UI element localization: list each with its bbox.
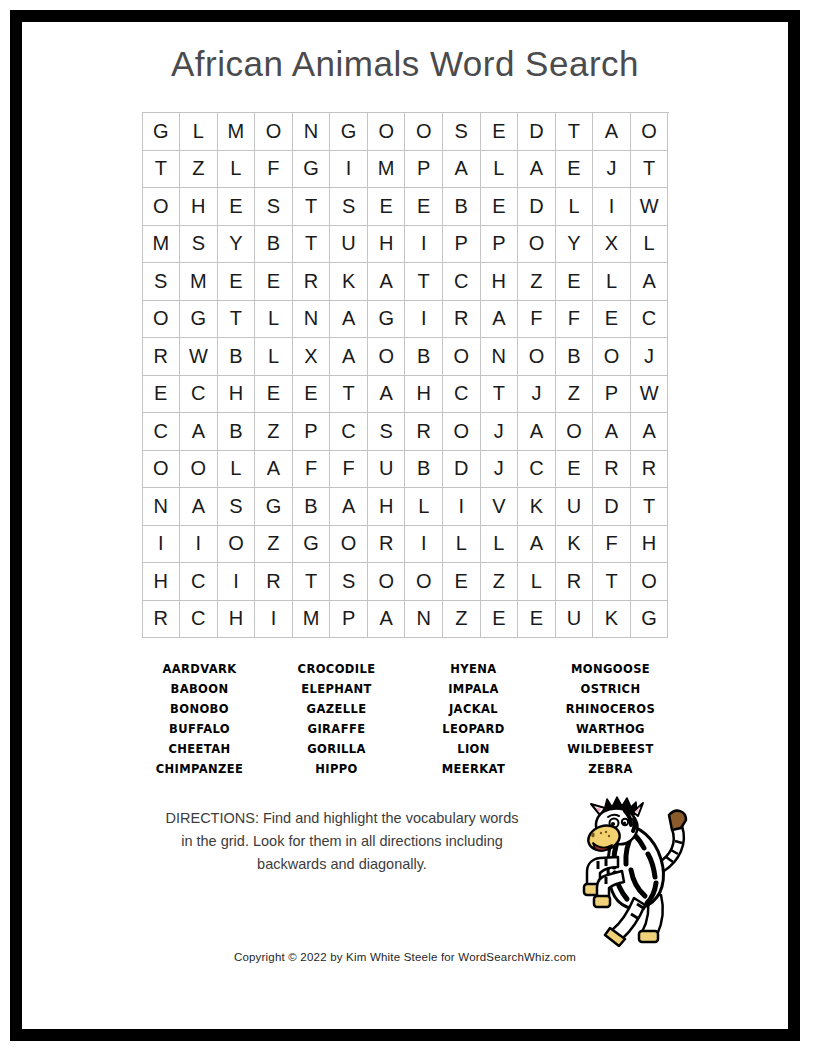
word-list-item: RHINOCEROS: [542, 699, 679, 719]
grid-cell-r12c6[interactable]: O: [330, 526, 368, 564]
grid-cell-r11c6[interactable]: A: [330, 488, 368, 526]
grid-cell-r3c10[interactable]: E: [481, 188, 519, 226]
word-list-item: ZEBRA: [542, 759, 679, 779]
grid-cell-r9c14[interactable]: A: [631, 413, 669, 451]
grid-cell-r14c11[interactable]: E: [518, 601, 556, 639]
grid-cell-r5c6[interactable]: K: [330, 263, 368, 301]
grid-cell-r5c1[interactable]: S: [143, 263, 181, 301]
word-list-item: BONOBO: [131, 699, 268, 719]
grid-cell-r14c9[interactable]: Z: [443, 601, 481, 639]
grid-cell-r5c8[interactable]: T: [405, 263, 443, 301]
grid-cell-r7c13[interactable]: O: [593, 338, 631, 376]
grid-cell-r1c5[interactable]: N: [293, 113, 331, 151]
grid-cell-r8c3[interactable]: H: [218, 376, 256, 414]
grid-cell-r8c6[interactable]: T: [330, 376, 368, 414]
grid-cell-r13c10[interactable]: Z: [481, 563, 519, 601]
letter-grid: GLMONGOOSEDTAOTZLFGIMPALAEJTOHESTSEEBEDL…: [142, 112, 669, 638]
grid-cell-r8c7[interactable]: A: [368, 376, 406, 414]
word-list-item: GIRAFFE: [268, 719, 405, 739]
grid-cell-r14c4[interactable]: I: [255, 601, 293, 639]
grid-cell-r9c12[interactable]: O: [556, 413, 594, 451]
grid-cell-r10c12[interactable]: E: [556, 451, 594, 489]
word-list-item: CHIMPANZEE: [131, 759, 268, 779]
grid-cell-r4c4[interactable]: B: [255, 226, 293, 264]
grid-cell-r3c9[interactable]: B: [443, 188, 481, 226]
grid-cell-r6c10[interactable]: A: [481, 301, 519, 339]
word-list-item: CROCODILE: [268, 659, 405, 679]
grid-cell-r11c4[interactable]: G: [255, 488, 293, 526]
grid-cell-r11c1[interactable]: N: [143, 488, 181, 526]
grid-cell-r4c1[interactable]: M: [143, 226, 181, 264]
grid-cell-r2c13[interactable]: J: [593, 151, 631, 189]
grid-cell-r8c14[interactable]: W: [631, 376, 669, 414]
grid-cell-r13c5[interactable]: T: [293, 563, 331, 601]
grid-cell-r3c14[interactable]: W: [631, 188, 669, 226]
grid-cell-r2c12[interactable]: E: [556, 151, 594, 189]
grid-cell-r5c11[interactable]: Z: [518, 263, 556, 301]
grid-cell-r10c9[interactable]: D: [443, 451, 481, 489]
grid-cell-r6c8[interactable]: I: [405, 301, 443, 339]
grid-cell-r1c10[interactable]: E: [481, 113, 519, 151]
grid-cell-r2c14[interactable]: T: [631, 151, 669, 189]
directions-text: DIRECTIONS: Find and highlight the vocab…: [122, 807, 562, 876]
grid-cell-r8c13[interactable]: P: [593, 376, 631, 414]
grid-cell-r11c14[interactable]: T: [631, 488, 669, 526]
grid-cell-r13c3[interactable]: I: [218, 563, 256, 601]
grid-cell-r13c4[interactable]: R: [255, 563, 293, 601]
grid-cell-r2c5[interactable]: G: [293, 151, 331, 189]
grid-cell-r3c6[interactable]: S: [330, 188, 368, 226]
word-list-item: HIPPO: [268, 759, 405, 779]
word-list-item: LEOPARD: [405, 719, 542, 739]
grid-cell-r7c7[interactable]: O: [368, 338, 406, 376]
word-list-item: MONGOOSE: [542, 659, 679, 679]
grid-cell-r7c8[interactable]: B: [405, 338, 443, 376]
word-list-item: CHEETAH: [131, 739, 268, 759]
grid-cell-r10c2[interactable]: O: [180, 451, 218, 489]
grid-cell-r7c2[interactable]: W: [180, 338, 218, 376]
grid-cell-r11c12[interactable]: U: [556, 488, 594, 526]
grid-cell-r5c14[interactable]: A: [631, 263, 669, 301]
grid-cell-r7c14[interactable]: J: [631, 338, 669, 376]
grid-cell-r4c8[interactable]: I: [405, 226, 443, 264]
grid-cell-r3c7[interactable]: E: [368, 188, 406, 226]
grid-cell-r12c13[interactable]: F: [593, 526, 631, 564]
grid-cell-r6c4[interactable]: L: [255, 301, 293, 339]
grid-cell-r13c9[interactable]: E: [443, 563, 481, 601]
grid-cell-r10c13[interactable]: R: [593, 451, 631, 489]
grid-cell-r3c4[interactable]: S: [255, 188, 293, 226]
grid-cell-r1c7[interactable]: O: [368, 113, 406, 151]
grid-cell-r9c1[interactable]: C: [143, 413, 181, 451]
grid-cell-r8c12[interactable]: Z: [556, 376, 594, 414]
grid-cell-r2c8[interactable]: P: [405, 151, 443, 189]
word-list-item: HYENA: [405, 659, 542, 679]
grid-cell-r1c11[interactable]: D: [518, 113, 556, 151]
grid-cell-r1c8[interactable]: O: [405, 113, 443, 151]
word-list-item: BUFFALO: [131, 719, 268, 739]
word-list: AARDVARKBABOONBONOBOBUFFALOCHEETAHCHIMPA…: [131, 659, 679, 779]
grid-cell-r9c4[interactable]: Z: [255, 413, 293, 451]
grid-cell-r5c12[interactable]: E: [556, 263, 594, 301]
grid-cell-r14c13[interactable]: K: [593, 601, 631, 639]
grid-cell-r4c13[interactable]: X: [593, 226, 631, 264]
grid-cell-r7c11[interactable]: O: [518, 338, 556, 376]
grid-cell-r13c11[interactable]: L: [518, 563, 556, 601]
word-list-item: WILDEBEEST: [542, 739, 679, 759]
grid-cell-r10c8[interactable]: B: [405, 451, 443, 489]
zebra-hoof: [594, 896, 610, 907]
grid-cell-r1c4[interactable]: O: [255, 113, 293, 151]
grid-cell-r9c3[interactable]: B: [218, 413, 256, 451]
grid-cell-r6c12[interactable]: F: [556, 301, 594, 339]
grid-cell-r9c7[interactable]: S: [368, 413, 406, 451]
grid-cell-r4c2[interactable]: S: [180, 226, 218, 264]
word-list-item: OSTRICH: [542, 679, 679, 699]
grid-cell-r1c2[interactable]: L: [180, 113, 218, 151]
word-list-item: WARTHOG: [542, 719, 679, 739]
grid-cell-r6c13[interactable]: E: [593, 301, 631, 339]
grid-cell-r12c3[interactable]: O: [218, 526, 256, 564]
grid-cell-r6c11[interactable]: F: [518, 301, 556, 339]
grid-cell-r9c2[interactable]: A: [180, 413, 218, 451]
grid-cell-r5c5[interactable]: R: [293, 263, 331, 301]
word-list-item: MEERKAT: [405, 759, 542, 779]
grid-cell-r3c5[interactable]: T: [293, 188, 331, 226]
grid-cell-r10c6[interactable]: F: [330, 451, 368, 489]
grid-cell-r9c9[interactable]: O: [443, 413, 481, 451]
grid-cell-r12c8[interactable]: I: [405, 526, 443, 564]
grid-cell-r14c2[interactable]: C: [180, 601, 218, 639]
grid-cell-r14c3[interactable]: H: [218, 601, 256, 639]
grid-cell-r6c2[interactable]: G: [180, 301, 218, 339]
grid-cell-r1c1[interactable]: G: [143, 113, 181, 151]
grid-cell-r12c9[interactable]: L: [443, 526, 481, 564]
grid-cell-r14c6[interactable]: P: [330, 601, 368, 639]
grid-cell-r8c4[interactable]: E: [255, 376, 293, 414]
zebra-illustration: [576, 795, 694, 947]
grid-cell-r12c1[interactable]: I: [143, 526, 181, 564]
grid-cell-r12c14[interactable]: H: [631, 526, 669, 564]
grid-cell-r10c10[interactable]: J: [481, 451, 519, 489]
grid-cell-r6c5[interactable]: N: [293, 301, 331, 339]
directions-line-1: DIRECTIONS: Find and highlight the vocab…: [166, 810, 519, 826]
grid-cell-r14c14[interactable]: G: [631, 601, 669, 639]
zebra-hoof: [639, 931, 658, 942]
grid-cell-r6c14[interactable]: C: [631, 301, 669, 339]
grid-cell-r13c7[interactable]: O: [368, 563, 406, 601]
grid-cell-r3c12[interactable]: L: [556, 188, 594, 226]
grid-cell-r8c1[interactable]: E: [143, 376, 181, 414]
word-list-column-4: MONGOOSEOSTRICHRHINOCEROSWARTHOGWILDEBEE…: [542, 659, 679, 779]
grid-cell-r4c6[interactable]: U: [330, 226, 368, 264]
grid-cell-r2c11[interactable]: A: [518, 151, 556, 189]
grid-cell-r5c3[interactable]: E: [218, 263, 256, 301]
grid-cell-r5c2[interactable]: M: [180, 263, 218, 301]
grid-cell-r7c1[interactable]: R: [143, 338, 181, 376]
word-list-item: BABOON: [131, 679, 268, 699]
grid-cell-r1c12[interactable]: T: [556, 113, 594, 151]
grid-cell-r1c14[interactable]: O: [631, 113, 669, 151]
grid-cell-r6c3[interactable]: T: [218, 301, 256, 339]
directions-line-2: in the grid. Look for them in all direct…: [181, 833, 503, 849]
word-list-item: GORILLA: [268, 739, 405, 759]
grid-cell-r7c6[interactable]: A: [330, 338, 368, 376]
grid-cell-r4c3[interactable]: Y: [218, 226, 256, 264]
grid-cell-r8c8[interactable]: H: [405, 376, 443, 414]
grid-cell-r14c12[interactable]: U: [556, 601, 594, 639]
word-list-column-1: AARDVARKBABOONBONOBOBUFFALOCHEETAHCHIMPA…: [131, 659, 268, 779]
grid-cell-r1c3[interactable]: M: [218, 113, 256, 151]
grid-cell-r9c8[interactable]: R: [405, 413, 443, 451]
directions-line-3: backwards and diagonally.: [257, 856, 427, 872]
grid-cell-r12c7[interactable]: R: [368, 526, 406, 564]
grid-cell-r3c11[interactable]: D: [518, 188, 556, 226]
grid-cell-r11c9[interactable]: I: [443, 488, 481, 526]
grid-cell-r13c2[interactable]: C: [180, 563, 218, 601]
grid-cell-r5c10[interactable]: H: [481, 263, 519, 301]
grid-cell-r14c10[interactable]: E: [481, 601, 519, 639]
grid-cell-r8c9[interactable]: C: [443, 376, 481, 414]
grid-cell-r9c11[interactable]: A: [518, 413, 556, 451]
grid-cell-r13c14[interactable]: O: [631, 563, 669, 601]
grid-cell-r14c1[interactable]: R: [143, 601, 181, 639]
word-list-item: AARDVARK: [131, 659, 268, 679]
grid-cell-r10c7[interactable]: U: [368, 451, 406, 489]
grid-cell-r10c3[interactable]: L: [218, 451, 256, 489]
grid-cell-r9c6[interactable]: C: [330, 413, 368, 451]
grid-cell-r7c5[interactable]: X: [293, 338, 331, 376]
word-list-item: GAZELLE: [268, 699, 405, 719]
grid-cell-r4c11[interactable]: O: [518, 226, 556, 264]
grid-cell-r6c7[interactable]: G: [368, 301, 406, 339]
word-list-item: JACKAL: [405, 699, 542, 719]
grid-cell-r14c8[interactable]: N: [405, 601, 443, 639]
grid-cell-r8c5[interactable]: E: [293, 376, 331, 414]
grid-cell-r1c13[interactable]: A: [593, 113, 631, 151]
grid-cell-r6c6[interactable]: A: [330, 301, 368, 339]
grid-cell-r12c2[interactable]: I: [180, 526, 218, 564]
grid-cell-r2c10[interactable]: L: [481, 151, 519, 189]
grid-cell-r11c10[interactable]: V: [481, 488, 519, 526]
grid-cell-r11c3[interactable]: S: [218, 488, 256, 526]
grid-cell-r4c5[interactable]: T: [293, 226, 331, 264]
grid-cell-r5c4[interactable]: E: [255, 263, 293, 301]
grid-cell-r3c13[interactable]: I: [593, 188, 631, 226]
grid-cell-r1c9[interactable]: S: [443, 113, 481, 151]
grid-cell-r14c5[interactable]: M: [293, 601, 331, 639]
grid-cell-r2c4[interactable]: F: [255, 151, 293, 189]
directions-section: DIRECTIONS: Find and highlight the vocab…: [22, 795, 788, 947]
grid-cell-r1c6[interactable]: G: [330, 113, 368, 151]
grid-cell-r12c5[interactable]: G: [293, 526, 331, 564]
grid-cell-r10c4[interactable]: A: [255, 451, 293, 489]
grid-cell-r14c7[interactable]: A: [368, 601, 406, 639]
grid-cell-r4c14[interactable]: L: [631, 226, 669, 264]
grid-cell-r13c6[interactable]: S: [330, 563, 368, 601]
grid-cell-r11c13[interactable]: D: [593, 488, 631, 526]
grid-cell-r11c5[interactable]: B: [293, 488, 331, 526]
grid-cell-r9c5[interactable]: P: [293, 413, 331, 451]
grid-cell-r11c8[interactable]: L: [405, 488, 443, 526]
grid-cell-r13c12[interactable]: R: [556, 563, 594, 601]
word-list-item: IMPALA: [405, 679, 542, 699]
grid-cell-r8c2[interactable]: C: [180, 376, 218, 414]
grid-cell-r10c5[interactable]: F: [293, 451, 331, 489]
grid-cell-r10c1[interactable]: O: [143, 451, 181, 489]
copyright-text: Copyright © 2022 by Kim White Steele for…: [22, 951, 788, 963]
word-list-item: LION: [405, 739, 542, 759]
word-list-item: ELEPHANT: [268, 679, 405, 699]
word-list-column-2: CROCODILEELEPHANTGAZELLEGIRAFFEGORILLAHI…: [268, 659, 405, 779]
grid-cell-r3c8[interactable]: E: [405, 188, 443, 226]
grid-cell-r7c12[interactable]: B: [556, 338, 594, 376]
grid-cell-r4c10[interactable]: P: [481, 226, 519, 264]
grid-cell-r8c10[interactable]: T: [481, 376, 519, 414]
grid-cell-r3c3[interactable]: E: [218, 188, 256, 226]
grid-cell-r12c4[interactable]: Z: [255, 526, 293, 564]
grid-cell-r12c12[interactable]: K: [556, 526, 594, 564]
grid-cell-r5c7[interactable]: A: [368, 263, 406, 301]
grid-cell-r12c10[interactable]: L: [481, 526, 519, 564]
grid-cell-r4c12[interactable]: Y: [556, 226, 594, 264]
grid-cell-r4c9[interactable]: P: [443, 226, 481, 264]
grid-cell-r13c8[interactable]: O: [405, 563, 443, 601]
grid-cell-r2c6[interactable]: I: [330, 151, 368, 189]
grid-cell-r5c9[interactable]: C: [443, 263, 481, 301]
grid-cell-r11c2[interactable]: A: [180, 488, 218, 526]
grid-cell-r9c10[interactable]: J: [481, 413, 519, 451]
word-list-column-3: HYENAIMPALAJACKALLEOPARDLIONMEERKAT: [405, 659, 542, 779]
grid-cell-r7c4[interactable]: L: [255, 338, 293, 376]
grid-cell-r7c9[interactable]: O: [443, 338, 481, 376]
grid-cell-r11c11[interactable]: K: [518, 488, 556, 526]
grid-cell-r2c7[interactable]: M: [368, 151, 406, 189]
grid-cell-r7c10[interactable]: N: [481, 338, 519, 376]
grid-cell-r2c9[interactable]: A: [443, 151, 481, 189]
grid-cell-r4c7[interactable]: H: [368, 226, 406, 264]
page-border: African Animals Word Search GLMONGOOSEDT…: [10, 10, 800, 1041]
grid-cell-r6c1[interactable]: O: [143, 301, 181, 339]
page-title: African Animals Word Search: [22, 40, 788, 88]
grid-cell-r11c7[interactable]: H: [368, 488, 406, 526]
grid-cell-r6c9[interactable]: R: [443, 301, 481, 339]
grid-cell-r2c2[interactable]: Z: [180, 151, 218, 189]
grid-cell-r13c13[interactable]: T: [593, 563, 631, 601]
grid-cell-r10c11[interactable]: C: [518, 451, 556, 489]
grid-cell-r5c13[interactable]: L: [593, 263, 631, 301]
grid-cell-r2c3[interactable]: L: [218, 151, 256, 189]
grid-cell-r12c11[interactable]: A: [518, 526, 556, 564]
grid-cell-r2c1[interactable]: T: [143, 151, 181, 189]
grid-cell-r9c13[interactable]: A: [593, 413, 631, 451]
grid-cell-r8c11[interactable]: J: [518, 376, 556, 414]
grid-cell-r13c1[interactable]: H: [143, 563, 181, 601]
grid-cell-r10c14[interactable]: R: [631, 451, 669, 489]
grid-cell-r7c3[interactable]: B: [218, 338, 256, 376]
grid-cell-r3c1[interactable]: O: [143, 188, 181, 226]
grid-cell-r3c2[interactable]: H: [180, 188, 218, 226]
